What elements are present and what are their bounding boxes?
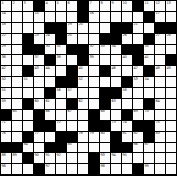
clue-number: 89 xyxy=(13,153,17,158)
black-cell xyxy=(23,45,33,55)
grid-cell[interactable]: 78 xyxy=(78,132,88,142)
grid-cell[interactable]: 64 xyxy=(155,99,165,109)
grid-cell[interactable]: 44 xyxy=(45,66,55,76)
grid-cell[interactable] xyxy=(78,34,88,44)
clue-number: 6 xyxy=(68,1,70,6)
clue-number: 90 xyxy=(35,153,39,158)
black-cell xyxy=(122,23,132,33)
grid-cell[interactable]: 57 xyxy=(67,88,77,98)
grid-cell[interactable]: 94 xyxy=(111,153,121,163)
clue-number: 95 xyxy=(123,153,127,158)
clue-number: 2 xyxy=(13,1,15,6)
grid-cell[interactable]: 76 xyxy=(1,132,11,142)
grid-cell[interactable]: 66 xyxy=(45,110,55,120)
grid-cell[interactable] xyxy=(78,110,88,120)
grid-cell[interactable]: 35 xyxy=(144,45,154,55)
black-cell xyxy=(144,34,154,44)
grid-cell[interactable] xyxy=(23,55,33,65)
black-cell xyxy=(56,132,66,142)
black-cell xyxy=(45,121,55,131)
black-cell xyxy=(67,99,77,109)
clue-number: 38 xyxy=(57,55,61,60)
clue-number: 48 xyxy=(156,66,160,71)
grid-cell[interactable]: 95 xyxy=(122,153,132,163)
grid-cell[interactable]: 65 xyxy=(12,110,22,120)
grid-cell[interactable]: 12 xyxy=(155,1,165,11)
black-cell xyxy=(111,132,121,142)
grid-cell[interactable]: 28 xyxy=(166,34,176,44)
grid-cell[interactable] xyxy=(111,110,121,120)
grid-cell[interactable]: 7 xyxy=(89,1,99,11)
black-cell xyxy=(166,55,176,65)
grid-cell[interactable]: 59 xyxy=(1,99,11,109)
clue-number: 10 xyxy=(123,1,127,6)
clue-number: 85 xyxy=(68,142,72,147)
black-cell xyxy=(111,23,121,33)
grid-cell[interactable]: 23 xyxy=(34,34,44,44)
clue-number: 36 xyxy=(2,55,6,60)
clue-number: 67 xyxy=(68,109,72,114)
grid-cell[interactable]: 11 xyxy=(144,1,154,11)
grid-cell[interactable]: 56 xyxy=(56,88,66,98)
grid-cell[interactable]: 13 xyxy=(166,1,176,11)
grid-cell[interactable] xyxy=(12,45,22,55)
grid-cell[interactable]: 54 xyxy=(144,77,154,87)
grid-cell[interactable] xyxy=(111,164,121,174)
clue-number: 32 xyxy=(90,44,94,49)
grid-cell[interactable]: 25 xyxy=(67,34,77,44)
clue-number: 14 xyxy=(2,11,6,16)
grid-cell[interactable]: 38 xyxy=(56,55,66,65)
grid-cell[interactable]: 85 xyxy=(67,143,77,153)
clue-number: 15 xyxy=(35,11,39,16)
grid-cell[interactable]: 72 xyxy=(56,121,66,131)
black-cell xyxy=(100,34,110,44)
grid-cell[interactable]: 81 xyxy=(122,132,132,142)
grid-cell[interactable] xyxy=(166,77,176,87)
grid-cell[interactable]: 88 xyxy=(1,153,11,163)
grid-cell[interactable]: 17 xyxy=(155,12,165,22)
black-cell xyxy=(56,34,66,44)
clue-number: 63 xyxy=(112,99,116,104)
black-cell xyxy=(56,77,66,87)
black-cell xyxy=(34,164,44,174)
grid-cell[interactable] xyxy=(100,143,110,153)
clue-number: 37 xyxy=(35,55,39,60)
grid-cell[interactable] xyxy=(122,12,132,22)
clue-number: 34 xyxy=(112,44,116,49)
grid-cell[interactable] xyxy=(89,143,99,153)
grid-cell[interactable]: 45 xyxy=(78,66,88,76)
grid-cell[interactable] xyxy=(166,45,176,55)
clue-number: 45 xyxy=(79,66,83,71)
grid-cell[interactable]: 2 xyxy=(12,1,22,11)
grid-cell[interactable] xyxy=(111,55,121,65)
grid-cell[interactable]: 22 xyxy=(1,34,11,44)
black-cell xyxy=(111,34,121,44)
black-cell xyxy=(78,12,88,22)
grid-cell[interactable] xyxy=(67,12,77,22)
grid-cell[interactable]: 60 xyxy=(34,99,44,109)
black-cell xyxy=(45,88,55,98)
grid-cell[interactable]: 79 xyxy=(89,132,99,142)
grid-cell[interactable]: 69 xyxy=(133,110,143,120)
clue-number: 39 xyxy=(90,55,94,60)
grid-cell[interactable] xyxy=(56,66,66,76)
grid-cell[interactable] xyxy=(78,153,88,163)
grid-cell[interactable]: 99 xyxy=(144,164,154,174)
grid-cell[interactable]: 89 xyxy=(12,153,22,163)
clue-number: 72 xyxy=(57,120,61,125)
black-cell xyxy=(100,66,110,76)
grid-cell[interactable]: 55 xyxy=(1,88,11,98)
grid-cell[interactable]: 8 xyxy=(100,1,110,11)
grid-cell[interactable] xyxy=(166,143,176,153)
grid-cell[interactable] xyxy=(12,132,22,142)
grid-cell[interactable]: 14 xyxy=(1,12,11,22)
grid-cell[interactable]: 31 xyxy=(56,45,66,55)
grid-cell[interactable]: 77 xyxy=(34,132,44,142)
clue-number: 60 xyxy=(35,99,39,104)
clue-number: 24 xyxy=(46,33,50,38)
clue-number: 19 xyxy=(68,22,72,27)
grid-cell[interactable] xyxy=(155,110,165,120)
grid-cell[interactable] xyxy=(23,164,33,174)
grid-cell[interactable] xyxy=(23,12,33,22)
grid-cell[interactable]: 50 xyxy=(1,77,11,87)
black-cell xyxy=(67,132,77,142)
grid-cell[interactable]: 15 xyxy=(34,12,44,22)
black-cell xyxy=(122,110,132,120)
grid-cell[interactable]: 39 xyxy=(89,55,99,65)
grid-cell[interactable]: 92 xyxy=(56,153,66,163)
grid-cell[interactable] xyxy=(45,12,55,22)
grid-cell[interactable]: 90 xyxy=(34,153,44,163)
black-cell xyxy=(34,121,44,131)
grid-cell[interactable] xyxy=(111,12,121,22)
grid-cell[interactable]: 4 xyxy=(45,1,55,11)
clue-number: 87 xyxy=(145,142,149,147)
grid-cell[interactable] xyxy=(56,164,66,174)
grid-cell[interactable] xyxy=(100,77,110,87)
clue-number: 43 xyxy=(35,66,39,71)
black-cell xyxy=(34,1,44,11)
grid-cell[interactable] xyxy=(122,66,132,76)
black-cell xyxy=(23,153,33,163)
grid-cell[interactable]: 33 xyxy=(100,45,110,55)
grid-cell[interactable] xyxy=(89,88,99,98)
grid-cell[interactable]: 97 xyxy=(45,164,55,174)
clue-number: 70 xyxy=(145,109,149,114)
grid-cell[interactable] xyxy=(155,77,165,87)
grid-cell[interactable]: 3 xyxy=(23,1,33,11)
black-cell xyxy=(144,121,154,131)
black-cell xyxy=(78,1,88,11)
clue-number: 29 xyxy=(2,44,6,49)
black-cell xyxy=(133,55,143,65)
grid-cell[interactable] xyxy=(155,153,165,163)
black-cell xyxy=(23,132,33,142)
grid-cell[interactable] xyxy=(23,23,33,33)
black-cell xyxy=(166,23,176,33)
grid-cell[interactable] xyxy=(23,110,33,120)
grid-cell[interactable]: 19 xyxy=(67,23,77,33)
clue-number: 55 xyxy=(2,88,6,93)
clue-number: 59 xyxy=(2,99,6,104)
clue-number: 81 xyxy=(123,131,127,136)
clue-number: 16 xyxy=(90,11,94,16)
grid-cell[interactable]: 27 xyxy=(155,34,165,44)
clue-number: 18 xyxy=(2,22,6,27)
grid-cell[interactable] xyxy=(100,55,110,65)
black-cell xyxy=(56,143,66,153)
grid-cell[interactable]: 96 xyxy=(1,164,11,174)
grid-cell[interactable] xyxy=(12,66,22,76)
grid-cell[interactable]: 68 xyxy=(100,110,110,120)
black-cell xyxy=(133,164,143,174)
grid-cell[interactable] xyxy=(166,88,176,98)
clue-number: 28 xyxy=(167,33,171,38)
clue-number: 47 xyxy=(134,66,138,71)
grid-cell[interactable] xyxy=(56,99,66,109)
grid-cell[interactable]: 67 xyxy=(67,110,77,120)
grid-cell[interactable]: 1 xyxy=(1,1,11,11)
clue-number: 98 xyxy=(101,164,105,169)
grid-cell[interactable]: 24 xyxy=(45,34,55,44)
black-cell xyxy=(144,99,154,109)
grid-cell[interactable] xyxy=(166,110,176,120)
grid-cell[interactable] xyxy=(56,110,66,120)
grid-cell[interactable]: 62 xyxy=(78,99,88,109)
grid-cell[interactable] xyxy=(34,88,44,98)
black-cell xyxy=(67,45,77,55)
grid-cell[interactable]: 42 xyxy=(1,66,11,76)
grid-cell[interactable]: 87 xyxy=(144,143,154,153)
clue-number: 8 xyxy=(101,1,103,6)
grid-cell[interactable]: 16 xyxy=(89,12,99,22)
grid-cell[interactable]: 30 xyxy=(45,45,55,55)
black-cell xyxy=(89,110,99,120)
clue-number: 73 xyxy=(112,120,116,125)
grid-cell[interactable] xyxy=(78,143,88,153)
grid-cell[interactable]: 5 xyxy=(56,1,66,11)
grid-cell[interactable] xyxy=(100,23,110,33)
grid-cell[interactable]: 52 xyxy=(78,77,88,87)
clue-number: 97 xyxy=(46,164,50,169)
grid-cell[interactable]: 20 xyxy=(78,23,88,33)
clue-number: 75 xyxy=(156,120,160,125)
grid-cell[interactable]: 86 xyxy=(133,143,143,153)
grid-cell[interactable]: 9 xyxy=(111,1,121,11)
black-cell xyxy=(56,23,66,33)
grid-cell[interactable]: 70 xyxy=(144,110,154,120)
clue-number: 51 xyxy=(24,77,28,82)
grid-cell[interactable]: 74 xyxy=(122,121,132,131)
clue-number: 33 xyxy=(101,44,105,49)
grid-cell[interactable]: 40 xyxy=(122,55,132,65)
grid-cell[interactable]: 71 xyxy=(1,121,11,131)
grid-cell[interactable] xyxy=(144,153,154,163)
grid-cell[interactable]: 91 xyxy=(45,153,55,163)
black-cell xyxy=(133,121,143,131)
grid-cell[interactable] xyxy=(166,121,176,131)
grid-cell[interactable] xyxy=(34,77,44,87)
grid-cell[interactable] xyxy=(133,12,143,22)
clue-number: 27 xyxy=(156,33,160,38)
grid-cell[interactable]: 26 xyxy=(122,34,132,44)
black-cell xyxy=(67,77,77,87)
grid-cell[interactable] xyxy=(12,77,22,87)
grid-cell[interactable] xyxy=(144,88,154,98)
grid-cell[interactable] xyxy=(166,99,176,109)
grid-cell[interactable] xyxy=(122,164,132,174)
grid-cell[interactable]: 63 xyxy=(111,99,121,109)
clue-number: 41 xyxy=(145,55,149,60)
grid-cell[interactable] xyxy=(78,88,88,98)
clue-number: 25 xyxy=(68,33,72,38)
grid-cell[interactable] xyxy=(45,132,55,142)
grid-cell[interactable] xyxy=(122,99,132,109)
grid-cell[interactable]: 84 xyxy=(23,143,33,153)
grid-cell[interactable]: 36 xyxy=(1,55,11,65)
grid-cell[interactable] xyxy=(155,88,165,98)
grid-cell[interactable] xyxy=(45,77,55,87)
clue-number: 13 xyxy=(167,1,171,6)
grid-cell[interactable]: 49 xyxy=(166,66,176,76)
grid-cell[interactable] xyxy=(89,99,99,109)
grid-cell[interactable]: 98 xyxy=(100,164,110,174)
grid-cell[interactable]: 53 xyxy=(133,77,143,87)
grid-cell[interactable]: 82 xyxy=(133,132,143,142)
grid-cell[interactable] xyxy=(111,77,121,87)
grid-cell[interactable] xyxy=(12,34,22,44)
clue-number: 30 xyxy=(46,44,50,49)
grid-cell[interactable] xyxy=(166,164,176,174)
grid-cell[interactable]: 46 xyxy=(111,66,121,76)
grid-cell[interactable] xyxy=(34,23,44,33)
grid-cell[interactable]: 41 xyxy=(144,55,154,65)
clue-number: 21 xyxy=(134,22,138,27)
black-cell xyxy=(100,121,110,131)
grid-cell[interactable] xyxy=(133,88,143,98)
grid-cell[interactable] xyxy=(67,55,77,65)
clue-number: 4 xyxy=(46,1,48,6)
grid-cell[interactable]: 51 xyxy=(23,77,33,87)
grid-cell[interactable] xyxy=(133,34,143,44)
clue-number: 82 xyxy=(134,131,138,136)
grid-cell[interactable] xyxy=(100,12,110,22)
grid-cell[interactable] xyxy=(78,121,88,131)
black-cell xyxy=(23,34,33,44)
clue-number: 26 xyxy=(123,33,127,38)
grid-cell[interactable] xyxy=(78,164,88,174)
grid-cell[interactable] xyxy=(133,99,143,109)
grid-cell[interactable] xyxy=(133,153,143,163)
grid-cell[interactable]: 29 xyxy=(1,45,11,55)
black-cell xyxy=(122,77,132,87)
grid-cell[interactable] xyxy=(144,23,154,33)
grid-cell[interactable]: 80 xyxy=(100,132,110,142)
grid-cell[interactable]: 37 xyxy=(34,55,44,65)
grid-cell[interactable] xyxy=(12,99,22,109)
black-cell xyxy=(100,88,110,98)
grid-cell[interactable] xyxy=(166,132,176,142)
grid-cell[interactable] xyxy=(12,23,22,33)
grid-cell[interactable]: 21 xyxy=(133,23,143,33)
grid-cell[interactable] xyxy=(67,121,77,131)
grid-cell[interactable] xyxy=(12,121,22,131)
grid-cell[interactable]: 43 xyxy=(34,66,44,76)
grid-cell[interactable] xyxy=(89,66,99,76)
grid-cell[interactable] xyxy=(166,12,176,22)
grid-cell[interactable]: 6 xyxy=(67,1,77,11)
grid-cell[interactable]: 58 xyxy=(122,88,132,98)
grid-cell[interactable]: 83 xyxy=(155,132,165,142)
clue-number: 66 xyxy=(46,109,50,114)
clue-number: 94 xyxy=(112,153,116,158)
grid-cell[interactable] xyxy=(12,12,22,22)
clue-number: 11 xyxy=(145,1,149,6)
grid-cell[interactable]: 10 xyxy=(122,1,132,11)
grid-cell[interactable] xyxy=(67,164,77,174)
grid-cell[interactable] xyxy=(12,88,22,98)
grid-cell[interactable] xyxy=(56,12,66,22)
grid-cell[interactable] xyxy=(89,34,99,44)
grid-cell[interactable] xyxy=(155,164,165,174)
clue-number: 92 xyxy=(57,153,61,158)
grid-cell[interactable] xyxy=(34,143,44,153)
grid-cell[interactable] xyxy=(23,121,33,131)
grid-cell[interactable] xyxy=(12,164,22,174)
grid-cell[interactable]: 73 xyxy=(111,121,121,131)
grid-cell[interactable] xyxy=(67,153,77,163)
grid-cell[interactable] xyxy=(23,88,33,98)
black-cell xyxy=(78,55,88,65)
grid-cell[interactable]: 47 xyxy=(133,66,143,76)
clue-number: 22 xyxy=(2,33,6,38)
grid-cell[interactable]: 61 xyxy=(45,99,55,109)
grid-cell[interactable]: 34 xyxy=(111,45,121,55)
grid-cell[interactable] xyxy=(166,153,176,163)
black-cell xyxy=(100,99,110,109)
black-cell xyxy=(78,45,88,55)
grid-cell[interactable]: 75 xyxy=(155,121,165,131)
grid-cell[interactable] xyxy=(12,55,22,65)
clue-number: 49 xyxy=(167,66,171,71)
grid-cell[interactable]: 48 xyxy=(155,66,165,76)
grid-cell[interactable] xyxy=(155,55,165,65)
clue-number: 50 xyxy=(2,77,6,82)
grid-cell[interactable]: 32 xyxy=(89,45,99,55)
clue-number: 20 xyxy=(79,22,83,27)
black-cell xyxy=(122,45,132,55)
black-cell xyxy=(144,66,154,76)
black-cell xyxy=(45,143,55,153)
clue-number: 78 xyxy=(79,131,83,136)
clue-number: 83 xyxy=(156,131,160,136)
clue-number: 64 xyxy=(156,99,160,104)
grid-cell[interactable]: 93 xyxy=(100,153,110,163)
grid-cell[interactable] xyxy=(89,23,99,33)
grid-cell[interactable]: 18 xyxy=(1,23,11,33)
grid-cell[interactable] xyxy=(155,143,165,153)
clue-number: 58 xyxy=(123,88,127,93)
clue-number: 65 xyxy=(13,109,17,114)
black-cell xyxy=(89,153,99,163)
grid-cell[interactable] xyxy=(155,45,165,55)
black-cell xyxy=(1,143,11,153)
grid-cell[interactable] xyxy=(89,77,99,87)
